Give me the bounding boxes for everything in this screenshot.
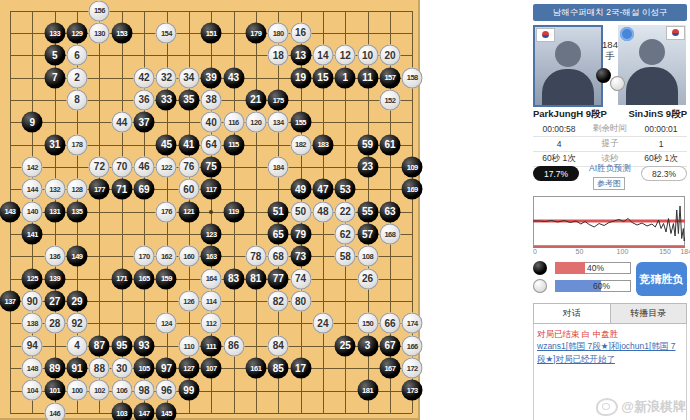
stone-23: 23 [357, 156, 378, 177]
stone-94: 94 [22, 335, 43, 356]
stone-99: 99 [178, 380, 199, 401]
stone-115: 115 [223, 134, 244, 155]
event-title: 남해수퍼매치 2국-해설 이성구 [533, 4, 687, 21]
stone-14: 14 [312, 45, 333, 66]
stone-142: 142 [22, 156, 43, 177]
stone-143: 143 [0, 201, 21, 222]
stone-107: 107 [201, 358, 222, 379]
stone-12: 12 [335, 45, 356, 66]
stone-68: 68 [268, 246, 289, 267]
stone-146: 146 [44, 402, 65, 420]
black-bet-pct: 40% [587, 262, 604, 274]
tab-broadcast-list[interactable]: 转播目录 [611, 304, 687, 323]
stone-19: 19 [290, 67, 311, 88]
go-board: 1561331291301531541511791801656181314121… [0, 0, 420, 420]
stone-170: 170 [134, 246, 155, 267]
stone-77: 77 [268, 268, 289, 289]
stone-67: 67 [379, 335, 400, 356]
stone-111: 111 [201, 335, 222, 356]
stone-85: 85 [268, 358, 289, 379]
stone-166: 166 [402, 335, 423, 356]
stone-35: 35 [178, 89, 199, 110]
stone-5: 5 [44, 45, 65, 66]
stone-120: 120 [245, 112, 266, 133]
stone-33: 33 [156, 89, 177, 110]
stone-37: 37 [134, 112, 155, 133]
stone-82: 82 [268, 291, 289, 312]
stone-61: 61 [379, 134, 400, 155]
stone-134: 134 [268, 112, 289, 133]
stone-179: 179 [245, 22, 266, 43]
black-bet-fill [555, 262, 585, 274]
stone-169: 169 [402, 179, 423, 200]
black-player-photo [533, 25, 603, 107]
white-winrate-badge: 82.3% [641, 166, 687, 181]
stone-106: 106 [111, 380, 132, 401]
stone-151: 151 [201, 22, 222, 43]
weibo-icon [596, 398, 618, 416]
stone-10: 10 [357, 45, 378, 66]
stone-90: 90 [22, 291, 43, 312]
stone-176: 176 [156, 201, 177, 222]
stone-53: 53 [335, 179, 356, 200]
stone-104: 104 [22, 380, 43, 401]
stone-69: 69 [134, 179, 155, 200]
stone-133: 133 [44, 22, 65, 43]
clock-table: 00:00:58剩余时间00:00:014提子160秒 1次读秒60秒 1次 [533, 122, 687, 167]
player-silhouette [639, 39, 665, 65]
stone-40: 40 [201, 112, 222, 133]
stone-122: 122 [156, 156, 177, 177]
stone-127: 127 [178, 358, 199, 379]
stone-165: 165 [134, 268, 155, 289]
stone-76: 76 [178, 156, 199, 177]
stone-159: 159 [156, 268, 177, 289]
stone-66: 66 [379, 313, 400, 334]
black-winrate-badge: 17.7% [533, 166, 579, 181]
black-player-name: ParkJungH 9段P [533, 108, 607, 121]
tab-chat[interactable]: 对话 [534, 304, 611, 323]
stone-125: 125 [22, 268, 43, 289]
stone-140: 140 [22, 201, 43, 222]
stone-156: 156 [89, 0, 110, 21]
clock-value: 4 [533, 139, 585, 149]
stone-124: 124 [156, 313, 177, 334]
stone-22: 22 [335, 201, 356, 222]
clock-value: 00:00:01 [635, 124, 687, 134]
stone-46: 46 [134, 156, 155, 177]
stone-153: 153 [111, 22, 132, 43]
stone-101: 101 [44, 380, 65, 401]
black-stone-icon [596, 68, 611, 83]
stone-50: 50 [290, 201, 311, 222]
clock-label: 剩余时间 [585, 123, 635, 135]
x-tick: 150 [659, 248, 671, 255]
watermark-text: @新浪棋牌 [621, 398, 686, 416]
chat-link-message[interactable]: wzans1[韩国 7段★]和jochun1[韩国 7段★]对局已经开始了 [537, 340, 683, 365]
stone-16: 16 [290, 22, 311, 43]
stone-144: 144 [22, 179, 43, 200]
stone-102: 102 [89, 380, 110, 401]
x-tick: 50 [576, 248, 584, 255]
stone-129: 129 [67, 22, 88, 43]
grid-line [256, 11, 257, 413]
stone-171: 171 [111, 268, 132, 289]
x-tick: 0 [533, 248, 537, 255]
stone-131: 131 [44, 201, 65, 222]
stone-119: 119 [223, 201, 244, 222]
stone-141: 141 [22, 224, 43, 245]
stone-181: 181 [357, 380, 378, 401]
stone-15: 15 [312, 67, 333, 88]
clock-label: 提子 [585, 138, 635, 150]
white-bet-pct: 60% [593, 280, 610, 292]
reference-diagram-button[interactable]: 参考图 [593, 177, 625, 190]
stone-96: 96 [156, 380, 177, 401]
stone-9: 9 [22, 112, 43, 133]
korea-flag-icon [667, 27, 684, 39]
grid-line [10, 413, 412, 414]
stone-167: 167 [379, 358, 400, 379]
stone-80: 80 [290, 291, 311, 312]
stone-132: 132 [44, 179, 65, 200]
x-tick: 184 [680, 248, 690, 255]
stone-51: 51 [268, 201, 289, 222]
stone-11: 11 [357, 67, 378, 88]
stone-103: 103 [111, 402, 132, 420]
stone-47: 47 [312, 179, 333, 200]
stone-24: 24 [312, 313, 333, 334]
stone-86: 86 [223, 335, 244, 356]
stone-70: 70 [111, 156, 132, 177]
stone-34: 34 [178, 67, 199, 88]
stone-13: 13 [290, 45, 311, 66]
stone-148: 148 [22, 358, 43, 379]
stone-173: 173 [402, 380, 423, 401]
stone-63: 63 [379, 201, 400, 222]
stone-25: 25 [335, 335, 356, 356]
stone-71: 71 [111, 179, 132, 200]
stone-126: 126 [178, 291, 199, 312]
stone-123: 123 [201, 224, 222, 245]
stone-177: 177 [89, 179, 110, 200]
clock-value: 1 [635, 139, 687, 149]
star-point [209, 210, 213, 214]
stone-175: 175 [268, 89, 289, 110]
winrate-graph-svg [533, 196, 685, 246]
stone-145: 145 [156, 402, 177, 420]
stone-110: 110 [178, 335, 199, 356]
stone-160: 160 [178, 246, 199, 267]
stone-150: 150 [357, 313, 378, 334]
stone-138: 138 [22, 313, 43, 334]
stone-78: 78 [245, 246, 266, 267]
stone-42: 42 [134, 67, 155, 88]
stone-108: 108 [357, 246, 378, 267]
korea-flag-icon [537, 29, 554, 41]
stone-114: 114 [201, 291, 222, 312]
stone-137: 137 [0, 291, 21, 312]
stone-128: 128 [67, 179, 88, 200]
stone-162: 162 [156, 246, 177, 267]
stone-49: 49 [290, 179, 311, 200]
stone-72: 72 [89, 156, 110, 177]
stone-168: 168 [379, 224, 400, 245]
stone-184: 184 [268, 156, 289, 177]
stone-26: 26 [357, 268, 378, 289]
clock-row: 00:00:58剩余时间00:00:01 [533, 122, 687, 137]
stone-154: 154 [156, 22, 177, 43]
stone-6: 6 [67, 45, 88, 66]
stone-57: 57 [357, 224, 378, 245]
stone-139: 139 [44, 268, 65, 289]
side-panel: 남해수퍼매치 2국-해설 이성구 184手 ParkJungH 9段P SinJ… [530, 0, 690, 420]
stone-36: 36 [134, 89, 155, 110]
stone-73: 73 [290, 246, 311, 267]
stone-75: 75 [201, 156, 222, 177]
guess-winner-button[interactable]: 竞猜胜负 [636, 262, 687, 296]
move-count: 184手 [598, 39, 622, 63]
stone-157: 157 [379, 67, 400, 88]
stone-117: 117 [201, 179, 222, 200]
white-stone-icon [533, 279, 547, 293]
stone-44: 44 [111, 112, 132, 133]
stone-8: 8 [67, 89, 88, 110]
stone-100: 100 [67, 380, 88, 401]
player-silhouette [626, 67, 678, 105]
tab-bar: 对话 转播目录 [533, 303, 687, 324]
stone-164: 164 [201, 268, 222, 289]
clock-value: 00:00:58 [533, 124, 585, 134]
stone-45: 45 [156, 134, 177, 155]
stone-180: 180 [268, 22, 289, 43]
stone-91: 91 [67, 358, 88, 379]
stone-116: 116 [223, 112, 244, 133]
stone-64: 64 [201, 134, 222, 155]
stone-28: 28 [44, 313, 65, 334]
player-silhouette [542, 69, 594, 107]
stone-135: 135 [67, 201, 88, 222]
chat-result-message: 对局已结束 白 中盘胜 [537, 328, 683, 340]
stone-38: 38 [201, 89, 222, 110]
stone-60: 60 [178, 179, 199, 200]
stone-41: 41 [178, 134, 199, 155]
stone-48: 48 [312, 201, 333, 222]
stone-58: 58 [335, 246, 356, 267]
player-silhouette [555, 41, 581, 67]
stone-62: 62 [335, 224, 356, 245]
stone-174: 174 [402, 313, 423, 334]
stone-98: 98 [134, 380, 155, 401]
stone-18: 18 [268, 45, 289, 66]
stone-130: 130 [89, 22, 110, 43]
stone-172: 172 [402, 358, 423, 379]
stone-31: 31 [44, 134, 65, 155]
black-stone-icon [533, 261, 547, 275]
stone-83: 83 [223, 268, 244, 289]
stone-74: 74 [290, 268, 311, 289]
stone-183: 183 [312, 134, 333, 155]
stone-155: 155 [290, 112, 311, 133]
stone-97: 97 [156, 358, 177, 379]
stone-3: 3 [357, 335, 378, 356]
rank-badge-icon [620, 27, 634, 41]
stone-29: 29 [67, 291, 88, 312]
stone-27: 27 [44, 291, 65, 312]
stone-121: 121 [178, 201, 199, 222]
stone-87: 87 [89, 335, 110, 356]
stone-92: 92 [67, 313, 88, 334]
stone-30: 30 [111, 358, 132, 379]
white-player-name: SinJinS 9段P [628, 108, 687, 121]
stone-20: 20 [379, 45, 400, 66]
stone-112: 112 [201, 313, 222, 334]
stone-65: 65 [268, 224, 289, 245]
stone-178: 178 [67, 134, 88, 155]
stone-182: 182 [290, 134, 311, 155]
stone-1: 1 [335, 67, 356, 88]
stone-84: 84 [268, 335, 289, 356]
stone-152: 152 [379, 89, 400, 110]
stone-43: 43 [223, 67, 244, 88]
stone-109: 109 [402, 156, 423, 177]
x-tick: 100 [617, 248, 629, 255]
stone-39: 39 [201, 67, 222, 88]
stone-4: 4 [67, 335, 88, 356]
stone-149: 149 [67, 246, 88, 267]
stone-88: 88 [89, 358, 110, 379]
clock-row: 4提子1 [533, 137, 687, 152]
stone-136: 136 [44, 246, 65, 267]
stone-93: 93 [134, 335, 155, 356]
stone-7: 7 [44, 67, 65, 88]
stone-89: 89 [44, 358, 65, 379]
stone-95: 95 [111, 335, 132, 356]
watermark: @新浪棋牌 [596, 398, 686, 416]
white-player-photo [618, 25, 686, 105]
white-stone-icon [610, 76, 625, 91]
stone-161: 161 [245, 358, 266, 379]
stone-2: 2 [67, 67, 88, 88]
graph-x-axis: 050100150184 [533, 248, 685, 257]
stone-105: 105 [134, 358, 155, 379]
stone-163: 163 [201, 246, 222, 267]
stone-59: 59 [357, 134, 378, 155]
stone-158: 158 [402, 67, 423, 88]
stone-32: 32 [156, 67, 177, 88]
stone-17: 17 [290, 358, 311, 379]
stone-147: 147 [134, 402, 155, 420]
winrate-graph [533, 196, 685, 248]
stone-55: 55 [357, 201, 378, 222]
stone-21: 21 [245, 89, 266, 110]
stone-79: 79 [290, 224, 311, 245]
stone-81: 81 [245, 268, 266, 289]
